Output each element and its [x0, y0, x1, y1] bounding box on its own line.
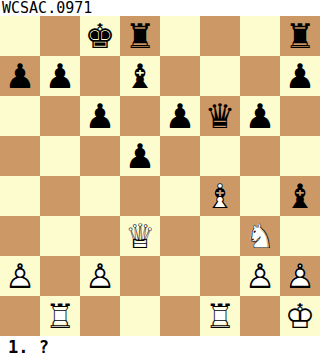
- square-e6[interactable]: ♟: [160, 96, 200, 136]
- square-d5[interactable]: ♟: [120, 136, 160, 176]
- piece-white-bishop[interactable]: ♝♗: [205, 176, 235, 216]
- square-c3[interactable]: [80, 216, 120, 256]
- piece-outline: ♗: [205, 176, 235, 216]
- square-h5[interactable]: [280, 136, 320, 176]
- square-a1[interactable]: [0, 296, 40, 336]
- square-f8[interactable]: [200, 16, 240, 56]
- square-a3[interactable]: [0, 216, 40, 256]
- piece-black-rook[interactable]: ♜: [285, 16, 315, 56]
- square-g6[interactable]: ♟: [240, 96, 280, 136]
- piece-black-pawn[interactable]: ♟: [45, 56, 75, 96]
- diagram-id-label: WCSAC.0971: [2, 0, 92, 16]
- square-g1[interactable]: [240, 296, 280, 336]
- square-h1[interactable]: ♚♔: [280, 296, 320, 336]
- piece-black-bishop[interactable]: ♝: [285, 176, 315, 216]
- square-h7[interactable]: ♟: [280, 56, 320, 96]
- square-f1[interactable]: ♜♖: [200, 296, 240, 336]
- square-b3[interactable]: [40, 216, 80, 256]
- piece-black-pawn[interactable]: ♟: [125, 136, 155, 176]
- square-g3[interactable]: ♞♘: [240, 216, 280, 256]
- piece-outline: ♙: [5, 256, 35, 296]
- square-f7[interactable]: [200, 56, 240, 96]
- square-c4[interactable]: [80, 176, 120, 216]
- square-h6[interactable]: [280, 96, 320, 136]
- square-c2[interactable]: ♟♙: [80, 256, 120, 296]
- square-e5[interactable]: [160, 136, 200, 176]
- piece-white-pawn[interactable]: ♟♙: [245, 256, 275, 296]
- square-e4[interactable]: [160, 176, 200, 216]
- piece-white-queen[interactable]: ♛♕: [125, 216, 155, 256]
- square-h4[interactable]: ♝: [280, 176, 320, 216]
- square-e8[interactable]: [160, 16, 200, 56]
- square-d4[interactable]: [120, 176, 160, 216]
- square-b4[interactable]: [40, 176, 80, 216]
- piece-white-pawn[interactable]: ♟♙: [285, 256, 315, 296]
- piece-outline: ♔: [285, 296, 315, 336]
- square-g8[interactable]: [240, 16, 280, 56]
- square-b7[interactable]: ♟: [40, 56, 80, 96]
- piece-white-pawn[interactable]: ♟♙: [85, 256, 115, 296]
- square-d7[interactable]: ♝: [120, 56, 160, 96]
- piece-black-pawn[interactable]: ♟: [285, 56, 315, 96]
- square-b6[interactable]: [40, 96, 80, 136]
- square-c6[interactable]: ♟: [80, 96, 120, 136]
- square-b1[interactable]: ♜♖: [40, 296, 80, 336]
- square-a4[interactable]: [0, 176, 40, 216]
- square-e2[interactable]: [160, 256, 200, 296]
- piece-black-king[interactable]: ♚: [85, 16, 115, 56]
- piece-outline: ♖: [205, 296, 235, 336]
- square-f5[interactable]: [200, 136, 240, 176]
- piece-black-pawn[interactable]: ♟: [85, 96, 115, 136]
- square-f6[interactable]: ♛: [200, 96, 240, 136]
- square-b8[interactable]: [40, 16, 80, 56]
- piece-black-pawn[interactable]: ♟: [165, 96, 195, 136]
- square-g5[interactable]: [240, 136, 280, 176]
- square-a8[interactable]: [0, 16, 40, 56]
- square-d3[interactable]: ♛♕: [120, 216, 160, 256]
- square-b2[interactable]: [40, 256, 80, 296]
- piece-black-pawn[interactable]: ♟: [5, 56, 35, 96]
- square-e3[interactable]: [160, 216, 200, 256]
- piece-black-rook[interactable]: ♜: [125, 16, 155, 56]
- square-d8[interactable]: ♜: [120, 16, 160, 56]
- piece-outline: ♙: [245, 256, 275, 296]
- piece-outline: ♘: [245, 216, 275, 256]
- chess-diagram-window: WCSAC.0971 ♚♜♜♟♟♝♟♟♟♛♟♟♝♗♝♛♕♞♘♟♙♟♙♟♙♟♙♜♖…: [0, 0, 320, 360]
- square-h3[interactable]: [280, 216, 320, 256]
- square-a7[interactable]: ♟: [0, 56, 40, 96]
- piece-black-pawn[interactable]: ♟: [245, 96, 275, 136]
- piece-outline: ♖: [45, 296, 75, 336]
- chess-board: ♚♜♜♟♟♝♟♟♟♛♟♟♝♗♝♛♕♞♘♟♙♟♙♟♙♟♙♜♖♜♖♚♔: [0, 16, 320, 336]
- piece-white-king[interactable]: ♚♔: [285, 296, 315, 336]
- piece-outline: ♙: [85, 256, 115, 296]
- piece-white-rook[interactable]: ♜♖: [205, 296, 235, 336]
- square-d6[interactable]: [120, 96, 160, 136]
- piece-black-queen[interactable]: ♛: [205, 96, 235, 136]
- square-d2[interactable]: [120, 256, 160, 296]
- square-g7[interactable]: [240, 56, 280, 96]
- square-g2[interactable]: ♟♙: [240, 256, 280, 296]
- square-f4[interactable]: ♝♗: [200, 176, 240, 216]
- move-prompt-label: 1. ?: [8, 337, 49, 357]
- square-h8[interactable]: ♜: [280, 16, 320, 56]
- piece-white-knight[interactable]: ♞♘: [245, 216, 275, 256]
- square-g4[interactable]: [240, 176, 280, 216]
- square-a2[interactable]: ♟♙: [0, 256, 40, 296]
- piece-outline: ♙: [285, 256, 315, 296]
- square-a5[interactable]: [0, 136, 40, 176]
- square-e1[interactable]: [160, 296, 200, 336]
- square-d1[interactable]: [120, 296, 160, 336]
- square-f2[interactable]: [200, 256, 240, 296]
- square-f3[interactable]: [200, 216, 240, 256]
- square-e7[interactable]: [160, 56, 200, 96]
- square-c5[interactable]: [80, 136, 120, 176]
- piece-black-bishop[interactable]: ♝: [125, 56, 155, 96]
- square-h2[interactable]: ♟♙: [280, 256, 320, 296]
- piece-outline: ♕: [125, 216, 155, 256]
- square-c1[interactable]: [80, 296, 120, 336]
- square-c7[interactable]: [80, 56, 120, 96]
- square-a6[interactable]: [0, 96, 40, 136]
- square-c8[interactable]: ♚: [80, 16, 120, 56]
- piece-white-pawn[interactable]: ♟♙: [5, 256, 35, 296]
- piece-white-rook[interactable]: ♜♖: [45, 296, 75, 336]
- square-b5[interactable]: [40, 136, 80, 176]
